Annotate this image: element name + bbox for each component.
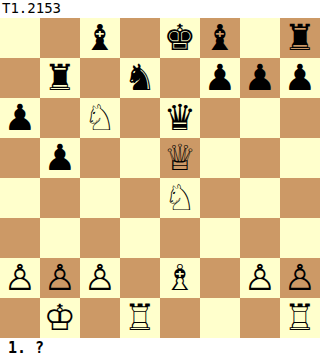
- square-e7[interactable]: [160, 58, 200, 98]
- white-pawn: ♙: [244, 258, 276, 298]
- square-a2[interactable]: ♙: [0, 258, 40, 298]
- square-f2[interactable]: [200, 258, 240, 298]
- square-h2[interactable]: ♙: [280, 258, 320, 298]
- square-e3[interactable]: [160, 218, 200, 258]
- square-b3[interactable]: [40, 218, 80, 258]
- black-bishop: ♝: [204, 18, 236, 58]
- square-e8[interactable]: ♚: [160, 18, 200, 58]
- white-queen: ♕: [164, 138, 196, 178]
- square-c4[interactable]: [80, 178, 120, 218]
- black-knight: ♞: [124, 58, 156, 98]
- black-pawn: ♟: [4, 98, 36, 138]
- black-pawn: ♟: [284, 58, 316, 98]
- white-bishop: ♗: [164, 258, 196, 298]
- white-rook: ♖: [284, 298, 316, 338]
- black-bishop: ♝: [84, 18, 116, 58]
- square-g7[interactable]: ♟: [240, 58, 280, 98]
- square-b6[interactable]: [40, 98, 80, 138]
- square-d2[interactable]: [120, 258, 160, 298]
- square-c6[interactable]: ♘: [80, 98, 120, 138]
- square-h7[interactable]: ♟: [280, 58, 320, 98]
- square-h6[interactable]: [280, 98, 320, 138]
- black-king: ♚: [164, 18, 196, 58]
- square-a6[interactable]: ♟: [0, 98, 40, 138]
- square-a4[interactable]: [0, 178, 40, 218]
- square-d4[interactable]: [120, 178, 160, 218]
- square-d5[interactable]: [120, 138, 160, 178]
- square-b1[interactable]: ♔: [40, 298, 80, 338]
- square-h5[interactable]: [280, 138, 320, 178]
- move-prompt: 1. ?: [8, 339, 44, 357]
- black-rook: ♜: [44, 58, 76, 98]
- black-queen: ♛: [164, 98, 196, 138]
- white-knight: ♘: [164, 178, 196, 218]
- square-h1[interactable]: ♖: [280, 298, 320, 338]
- square-b8[interactable]: [40, 18, 80, 58]
- square-f1[interactable]: [200, 298, 240, 338]
- square-f7[interactable]: ♟: [200, 58, 240, 98]
- white-pawn: ♙: [84, 258, 116, 298]
- puzzle-title: T1.2153: [2, 0, 61, 16]
- square-b7[interactable]: ♜: [40, 58, 80, 98]
- square-b2[interactable]: ♙: [40, 258, 80, 298]
- square-a3[interactable]: [0, 218, 40, 258]
- square-e6[interactable]: ♛: [160, 98, 200, 138]
- square-f8[interactable]: ♝: [200, 18, 240, 58]
- square-e2[interactable]: ♗: [160, 258, 200, 298]
- square-c2[interactable]: ♙: [80, 258, 120, 298]
- square-e1[interactable]: [160, 298, 200, 338]
- square-d1[interactable]: ♖: [120, 298, 160, 338]
- square-g5[interactable]: [240, 138, 280, 178]
- square-f4[interactable]: [200, 178, 240, 218]
- square-g6[interactable]: [240, 98, 280, 138]
- white-pawn: ♙: [4, 258, 36, 298]
- square-g3[interactable]: [240, 218, 280, 258]
- black-pawn: ♟: [204, 58, 236, 98]
- white-king: ♔: [44, 298, 76, 338]
- chess-board: ♝♚♝♜♜♞♟♟♟♟♘♛♟♕♘♙♙♙♗♙♙♔♖♖: [0, 18, 320, 338]
- square-f6[interactable]: [200, 98, 240, 138]
- square-c8[interactable]: ♝: [80, 18, 120, 58]
- square-d8[interactable]: [120, 18, 160, 58]
- square-c5[interactable]: [80, 138, 120, 178]
- square-f5[interactable]: [200, 138, 240, 178]
- square-a1[interactable]: [0, 298, 40, 338]
- square-d7[interactable]: ♞: [120, 58, 160, 98]
- square-d6[interactable]: [120, 98, 160, 138]
- square-h8[interactable]: ♜: [280, 18, 320, 58]
- black-pawn: ♟: [44, 138, 76, 178]
- white-pawn: ♙: [284, 258, 316, 298]
- square-c1[interactable]: [80, 298, 120, 338]
- black-pawn: ♟: [244, 58, 276, 98]
- square-a5[interactable]: [0, 138, 40, 178]
- square-e4[interactable]: ♘: [160, 178, 200, 218]
- square-e5[interactable]: ♕: [160, 138, 200, 178]
- square-g1[interactable]: [240, 298, 280, 338]
- black-rook: ♜: [284, 18, 316, 58]
- white-rook: ♖: [124, 298, 156, 338]
- square-a8[interactable]: [0, 18, 40, 58]
- square-g2[interactable]: ♙: [240, 258, 280, 298]
- square-g8[interactable]: [240, 18, 280, 58]
- square-a7[interactable]: [0, 58, 40, 98]
- square-b4[interactable]: [40, 178, 80, 218]
- square-g4[interactable]: [240, 178, 280, 218]
- square-b5[interactable]: ♟: [40, 138, 80, 178]
- square-f3[interactable]: [200, 218, 240, 258]
- square-c7[interactable]: [80, 58, 120, 98]
- square-h4[interactable]: [280, 178, 320, 218]
- square-h3[interactable]: [280, 218, 320, 258]
- white-pawn: ♙: [44, 258, 76, 298]
- square-c3[interactable]: [80, 218, 120, 258]
- square-d3[interactable]: [120, 218, 160, 258]
- white-knight: ♘: [84, 98, 116, 138]
